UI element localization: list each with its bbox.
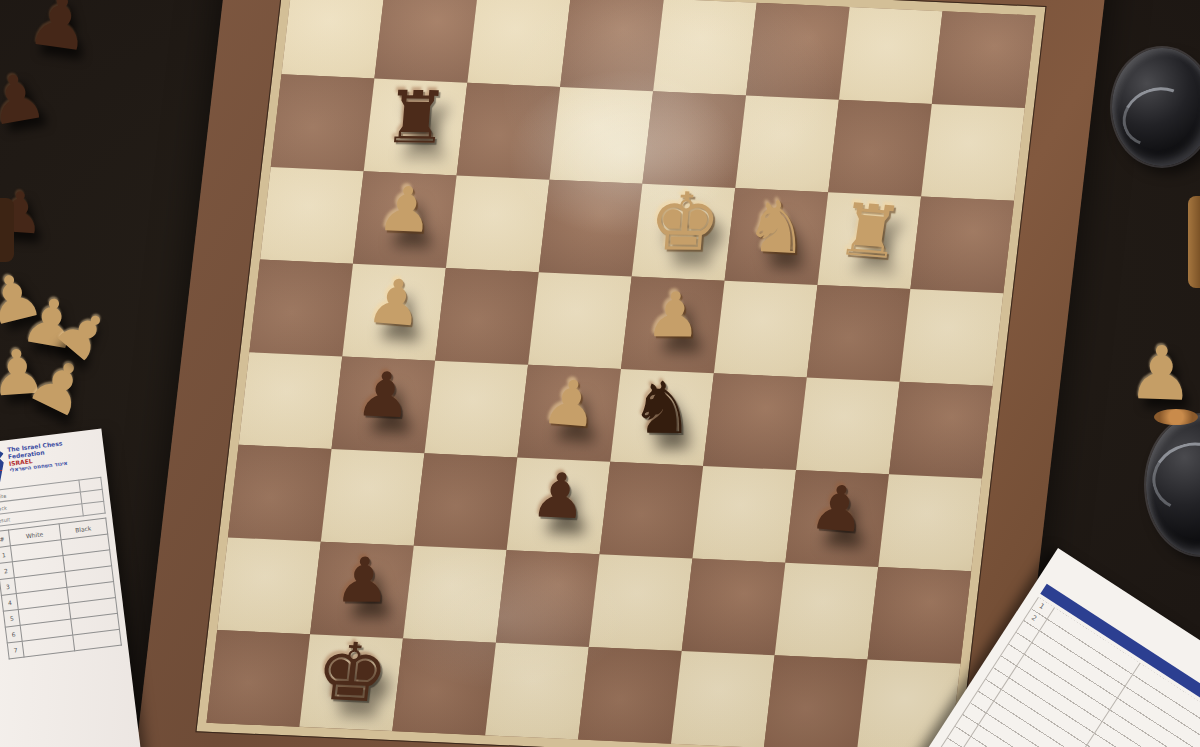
square-h8: [932, 11, 1036, 108]
square-d6: [539, 180, 643, 277]
board-frame: ♜♟♟♚♞♜♟♟♟♞♟♟♟♚: [122, 0, 1110, 747]
square-b1: [299, 634, 403, 731]
square-b4: [332, 356, 436, 453]
square-c1: [392, 638, 496, 735]
square-h3: [878, 474, 982, 571]
square-c7: [457, 83, 561, 180]
drinking-glass-top-right: [1112, 48, 1200, 166]
square-g7: [828, 100, 932, 197]
scoresheet-bottom-left: The Israel Chess Federation ISRAEL איגוד…: [0, 428, 142, 747]
square-b3: [321, 449, 425, 546]
square-c3: [414, 453, 518, 550]
square-a5: [249, 260, 353, 357]
square-a3: [228, 445, 332, 542]
square-h6: [910, 197, 1014, 294]
square-f1: [671, 651, 775, 747]
captured-dark-pawn-icon: ♟: [0, 58, 51, 141]
square-e8: [653, 0, 757, 95]
square-f6: [725, 188, 829, 285]
square-g6: [817, 192, 921, 289]
chess-board-area: ♜♟♟♚♞♜♟♟♟♞♟♟♟♚: [122, 0, 1110, 747]
square-f2: [682, 559, 786, 656]
captured-light-pawn-icon: ♟: [16, 339, 103, 434]
square-d8: [560, 0, 664, 91]
square-f3: [692, 466, 796, 563]
square-d3: [507, 457, 611, 554]
square-e2: [589, 554, 693, 651]
chess-board: ♜♟♟♚♞♜♟♟♟♞♟♟♟♚: [196, 0, 1045, 747]
square-f4: [703, 373, 807, 470]
square-c4: [424, 361, 528, 458]
square-d2: [496, 550, 600, 647]
square-g5: [807, 285, 911, 382]
move-number: 2: [1030, 614, 1038, 623]
square-a2: [217, 537, 321, 634]
square-f7: [735, 95, 839, 192]
cut-off-dark-piece-sliver: [0, 198, 14, 262]
scoresheet-moves-table: # White Black 1234567: [0, 518, 122, 660]
square-h4: [889, 382, 993, 479]
captured-light-pawn-icon: ♟: [0, 256, 50, 340]
square-c6: [446, 175, 550, 272]
square-c2: [403, 546, 507, 643]
square-b2: [310, 542, 414, 639]
captured-light-pawn-icon: ♟: [0, 334, 48, 411]
square-d1: [485, 643, 589, 740]
square-a7: [271, 74, 375, 171]
move-number: 1: [1038, 602, 1046, 611]
square-a6: [260, 167, 364, 264]
square-b7: [364, 79, 468, 176]
drinking-glass-right: [1146, 415, 1200, 555]
captured-dark-pawn-icon: ♟: [23, 0, 97, 68]
square-g3: [785, 470, 889, 567]
square-a8: [281, 0, 385, 79]
square-e6: [632, 184, 736, 281]
square-h2: [868, 567, 972, 664]
captured-light-pawn-right-icon: ♟: [1127, 329, 1196, 417]
square-g4: [796, 378, 900, 475]
glass-reflection: [1145, 434, 1200, 520]
glass-rim: [1154, 409, 1198, 425]
square-g2: [775, 563, 879, 660]
square-a4: [239, 352, 343, 449]
square-g1: [764, 655, 868, 747]
square-c5: [435, 268, 539, 365]
square-d5: [528, 272, 632, 369]
square-f8: [746, 3, 850, 100]
captured-light-pawn-icon: ♟: [42, 291, 126, 377]
square-e4: [610, 369, 714, 466]
square-e5: [621, 276, 725, 373]
square-a1: [206, 630, 310, 727]
square-h7: [921, 104, 1025, 201]
federation-logo-icon: [0, 447, 7, 487]
square-d4: [517, 365, 621, 462]
square-h5: [900, 289, 1004, 386]
square-d7: [549, 87, 653, 184]
square-e1: [578, 647, 682, 744]
square-e7: [642, 91, 746, 188]
square-e3: [600, 462, 704, 559]
square-f5: [714, 281, 818, 378]
square-c8: [467, 0, 571, 87]
glass-reflection: [1114, 78, 1200, 156]
square-b5: [342, 264, 446, 361]
cut-off-light-piece-sliver: [1188, 196, 1200, 288]
captured-light-pawn-icon: ♟: [16, 282, 85, 365]
square-g8: [839, 7, 943, 104]
square-b8: [374, 0, 478, 83]
square-b6: [353, 171, 457, 268]
